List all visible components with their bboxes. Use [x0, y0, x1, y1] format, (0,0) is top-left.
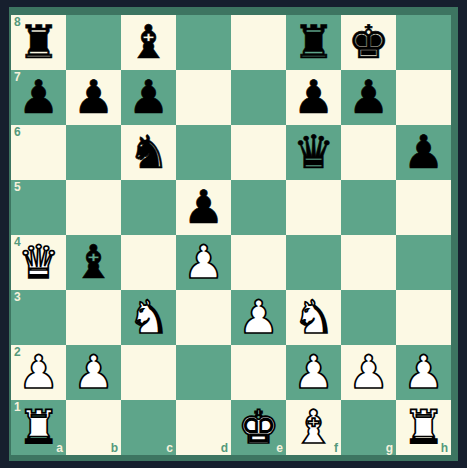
square-f2[interactable]: ♟ [286, 345, 341, 400]
square-a7[interactable]: 7♟ [11, 70, 66, 125]
file-label-d: d [221, 441, 228, 455]
square-g8[interactable]: ♚ [341, 15, 396, 70]
square-f7[interactable]: ♟ [286, 70, 341, 125]
square-e1[interactable]: e♚ [231, 400, 286, 455]
square-a1[interactable]: 1a♜ [11, 400, 66, 455]
black-bishop[interactable]: ♝ [121, 15, 176, 70]
white-rook[interactable]: ♜ [11, 400, 66, 455]
white-pawn[interactable]: ♟ [11, 345, 66, 400]
square-h4[interactable] [396, 235, 451, 290]
square-c2[interactable] [121, 345, 176, 400]
square-b4[interactable]: ♝ [66, 235, 121, 290]
black-rook[interactable]: ♜ [11, 15, 66, 70]
white-knight[interactable]: ♞ [286, 290, 341, 345]
square-g7[interactable]: ♟ [341, 70, 396, 125]
square-d4[interactable]: ♟ [176, 235, 231, 290]
square-h6[interactable]: ♟ [396, 125, 451, 180]
square-d3[interactable] [176, 290, 231, 345]
black-pawn[interactable]: ♟ [11, 70, 66, 125]
square-c5[interactable] [121, 180, 176, 235]
square-f1[interactable]: f♝ [286, 400, 341, 455]
white-pawn[interactable]: ♟ [286, 345, 341, 400]
black-rook[interactable]: ♜ [286, 15, 341, 70]
square-f6[interactable]: ♛ [286, 125, 341, 180]
square-d1[interactable]: d [176, 400, 231, 455]
square-g6[interactable] [341, 125, 396, 180]
board-frame: 8♜♝♜♚7♟♟♟♟♟6♞♛♟5♟4♛♝♟3♞♟♞2♟♟♟♟♟1a♜bcde♚f… [9, 7, 458, 461]
square-h8[interactable] [396, 15, 451, 70]
white-queen[interactable]: ♛ [11, 235, 66, 290]
white-pawn[interactable]: ♟ [176, 235, 231, 290]
square-e5[interactable] [231, 180, 286, 235]
square-g1[interactable]: g [341, 400, 396, 455]
square-c4[interactable] [121, 235, 176, 290]
square-b6[interactable] [66, 125, 121, 180]
white-pawn[interactable]: ♟ [231, 290, 286, 345]
white-knight[interactable]: ♞ [121, 290, 176, 345]
black-bishop[interactable]: ♝ [66, 235, 121, 290]
square-a8[interactable]: 8♜ [11, 15, 66, 70]
white-rook[interactable]: ♜ [396, 400, 451, 455]
square-e6[interactable] [231, 125, 286, 180]
square-d8[interactable] [176, 15, 231, 70]
square-a5[interactable]: 5 [11, 180, 66, 235]
square-e8[interactable] [231, 15, 286, 70]
square-f4[interactable] [286, 235, 341, 290]
white-pawn[interactable]: ♟ [66, 345, 121, 400]
square-d6[interactable] [176, 125, 231, 180]
square-e7[interactable] [231, 70, 286, 125]
black-pawn[interactable]: ♟ [176, 180, 231, 235]
rank-label-6: 6 [14, 125, 21, 139]
black-king[interactable]: ♚ [341, 15, 396, 70]
square-f5[interactable] [286, 180, 341, 235]
square-g5[interactable] [341, 180, 396, 235]
chess-board: 8♜♝♜♚7♟♟♟♟♟6♞♛♟5♟4♛♝♟3♞♟♞2♟♟♟♟♟1a♜bcde♚f… [11, 15, 451, 455]
square-f8[interactable]: ♜ [286, 15, 341, 70]
square-b3[interactable] [66, 290, 121, 345]
rank-label-3: 3 [14, 290, 21, 304]
black-pawn[interactable]: ♟ [121, 70, 176, 125]
square-f3[interactable]: ♞ [286, 290, 341, 345]
file-label-g: g [386, 441, 393, 455]
page-background: 8♜♝♜♚7♟♟♟♟♟6♞♛♟5♟4♛♝♟3♞♟♞2♟♟♟♟♟1a♜bcde♚f… [0, 0, 467, 468]
square-h5[interactable] [396, 180, 451, 235]
square-h1[interactable]: h♜ [396, 400, 451, 455]
square-c7[interactable]: ♟ [121, 70, 176, 125]
square-h2[interactable]: ♟ [396, 345, 451, 400]
square-b1[interactable]: b [66, 400, 121, 455]
square-c3[interactable]: ♞ [121, 290, 176, 345]
white-bishop[interactable]: ♝ [286, 400, 341, 455]
square-g3[interactable] [341, 290, 396, 345]
square-g2[interactable]: ♟ [341, 345, 396, 400]
square-d7[interactable] [176, 70, 231, 125]
square-a2[interactable]: 2♟ [11, 345, 66, 400]
white-pawn[interactable]: ♟ [341, 345, 396, 400]
white-king[interactable]: ♚ [231, 400, 286, 455]
square-h3[interactable] [396, 290, 451, 345]
file-label-b: b [111, 441, 118, 455]
square-a6[interactable]: 6 [11, 125, 66, 180]
square-h7[interactable] [396, 70, 451, 125]
square-b5[interactable] [66, 180, 121, 235]
square-d2[interactable] [176, 345, 231, 400]
black-pawn[interactable]: ♟ [396, 125, 451, 180]
white-pawn[interactable]: ♟ [396, 345, 451, 400]
square-b2[interactable]: ♟ [66, 345, 121, 400]
square-b8[interactable] [66, 15, 121, 70]
square-e4[interactable] [231, 235, 286, 290]
black-pawn[interactable]: ♟ [286, 70, 341, 125]
square-c1[interactable]: c [121, 400, 176, 455]
square-a3[interactable]: 3 [11, 290, 66, 345]
file-label-c: c [166, 441, 173, 455]
black-pawn[interactable]: ♟ [66, 70, 121, 125]
rank-label-5: 5 [14, 180, 21, 194]
square-c8[interactable]: ♝ [121, 15, 176, 70]
square-e2[interactable] [231, 345, 286, 400]
square-a4[interactable]: 4♛ [11, 235, 66, 290]
square-c6[interactable]: ♞ [121, 125, 176, 180]
black-pawn[interactable]: ♟ [341, 70, 396, 125]
square-g4[interactable] [341, 235, 396, 290]
square-d5[interactable]: ♟ [176, 180, 231, 235]
square-b7[interactable]: ♟ [66, 70, 121, 125]
black-queen[interactable]: ♛ [286, 125, 341, 180]
square-e3[interactable]: ♟ [231, 290, 286, 345]
black-knight[interactable]: ♞ [121, 125, 176, 180]
